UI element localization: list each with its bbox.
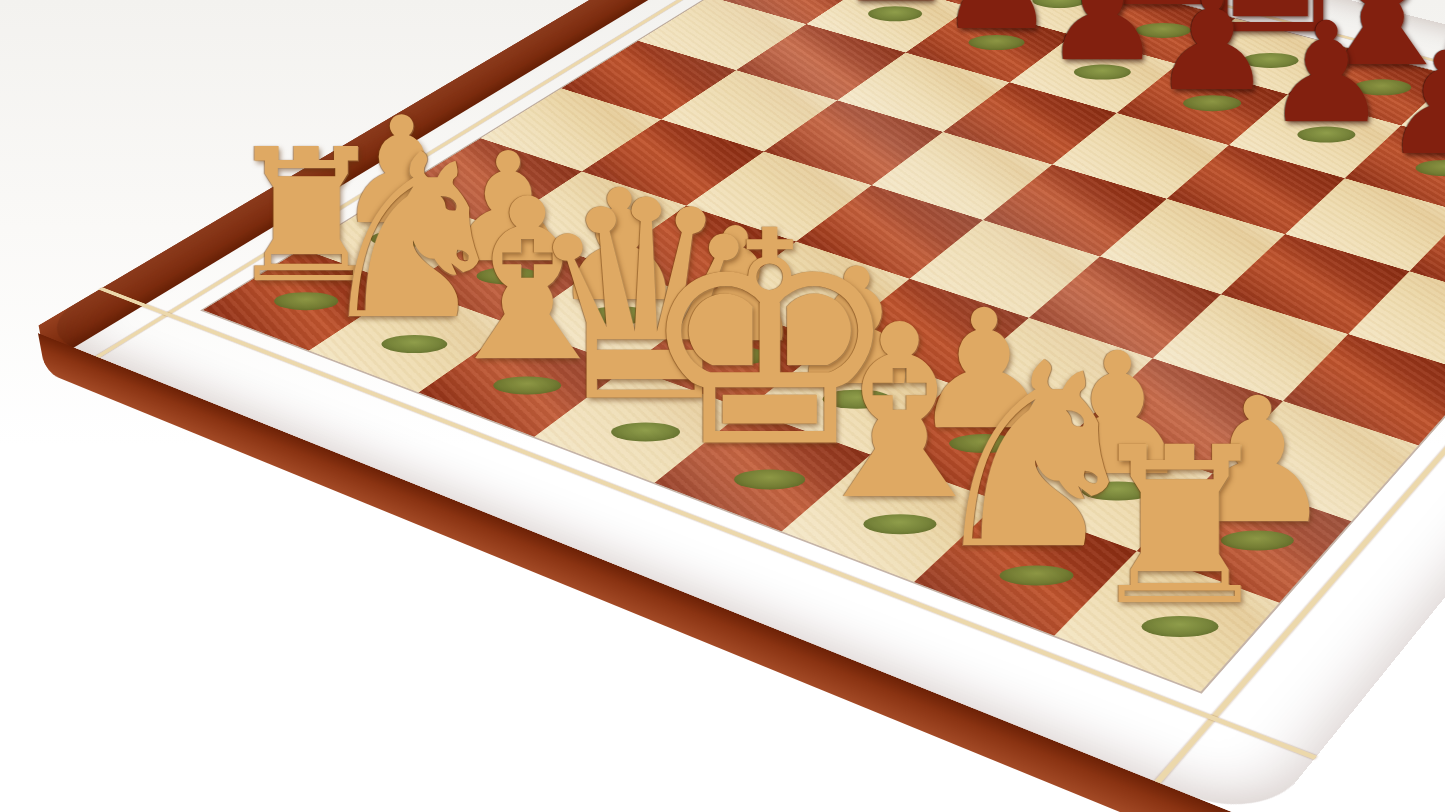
- product-photo-stage: ♜♞♝♛♚♝♞♜♟♟♟♟♟♟♟♟♟♟♟♟♟♟♟♟♜♞♝♛♚♝♞♜: [0, 0, 1445, 812]
- square-a2: [302, 192, 497, 287]
- chess-board: [30, 0, 1445, 812]
- board-playing-field: [203, 0, 1445, 692]
